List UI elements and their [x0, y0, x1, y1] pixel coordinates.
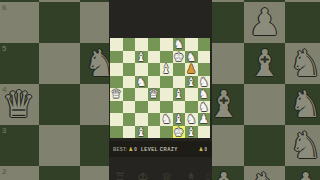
right-score-value: 0 — [204, 147, 207, 152]
piece-N-h4[interactable]: ♞ — [198, 88, 211, 101]
piece-K-f7[interactable]: ♚ — [173, 51, 186, 64]
square-g1[interactable]: ♝ — [185, 126, 198, 139]
square-h8[interactable] — [198, 38, 211, 51]
square-c8[interactable] — [135, 38, 148, 51]
square-f6[interactable] — [173, 63, 186, 76]
piece-N-c5[interactable]: ♞ — [135, 76, 148, 89]
level-label: LEVEL CRAZY — [141, 141, 178, 157]
background-square — [244, 125, 285, 166]
piece-B-f2[interactable]: ♝ — [173, 113, 186, 126]
square-c2[interactable] — [135, 113, 148, 126]
piece-B-g5[interactable]: ♝ — [185, 76, 198, 89]
best-score-group: BEST: ♟ 0 — [113, 141, 137, 157]
app-column: ♞♝♚♞♝♟♞♝♞♛♛♝♞♞♞♝♞♟♝♚♝ BEST: ♟ 0 LEVEL CR… — [109, 0, 212, 180]
piece-N-f8[interactable]: ♞ — [173, 38, 186, 51]
square-g5[interactable]: ♝ — [185, 76, 198, 89]
background-piece-h4: ♞ — [285, 84, 320, 125]
best-score-value: 0 — [134, 147, 137, 152]
background-square — [39, 125, 80, 166]
piece-P-h2[interactable]: ♟ — [198, 113, 211, 126]
tray-piece-icon: ♗ — [185, 171, 197, 180]
tray-piece-icon: ♖ — [114, 171, 126, 180]
square-f4[interactable]: ♝ — [173, 88, 186, 101]
square-d7[interactable] — [148, 51, 161, 64]
square-a1[interactable] — [110, 126, 123, 139]
square-b2[interactable] — [123, 113, 136, 126]
piece-Q-d4[interactable]: ♛ — [148, 88, 161, 101]
piece-K-f1[interactable]: ♚ — [173, 126, 186, 139]
background-piece-g6: ♟ — [244, 2, 285, 43]
square-h4[interactable]: ♞ — [198, 88, 211, 101]
piece-P-g6[interactable]: ♟ — [185, 63, 198, 76]
piece-B-c7[interactable]: ♝ — [135, 51, 148, 64]
square-d6[interactable] — [148, 63, 161, 76]
square-d3[interactable] — [148, 101, 161, 114]
background-piece-h5: ♞ — [285, 43, 320, 84]
square-c6[interactable] — [135, 63, 148, 76]
square-e5[interactable] — [160, 76, 173, 89]
background-rank-label: 3 — [2, 126, 6, 135]
best-label: BEST: — [113, 147, 127, 152]
square-b1[interactable] — [123, 126, 136, 139]
square-a4[interactable]: ♛ — [110, 88, 123, 101]
square-g6[interactable]: ♟ — [185, 63, 198, 76]
square-d8[interactable] — [148, 38, 161, 51]
background-piece-h2: ♟ — [285, 166, 320, 180]
square-h2[interactable]: ♟ — [198, 113, 211, 126]
square-c7[interactable]: ♝ — [135, 51, 148, 64]
piece-B-e6[interactable]: ♝ — [160, 63, 173, 76]
square-a8[interactable] — [110, 38, 123, 51]
square-b7[interactable] — [123, 51, 136, 64]
pawn-score-icon: ♟ — [199, 146, 204, 152]
square-d2[interactable] — [148, 113, 161, 126]
square-c1[interactable]: ♝ — [135, 126, 148, 139]
square-h6[interactable] — [198, 63, 211, 76]
right-score-group: ♟ 0 — [199, 141, 207, 157]
square-e2[interactable]: ♞ — [160, 113, 173, 126]
square-c3[interactable] — [135, 101, 148, 114]
square-d4[interactable]: ♛ — [148, 88, 161, 101]
square-g8[interactable] — [185, 38, 198, 51]
tray-piece-icon: ♕ — [161, 171, 173, 180]
square-f1[interactable]: ♚ — [173, 126, 186, 139]
background-square — [39, 2, 80, 43]
piece-B-g1[interactable]: ♝ — [185, 126, 198, 139]
hud: BEST: ♟ 0 LEVEL CRAZY ♟ 0 — [109, 141, 212, 157]
square-g2[interactable]: ♞ — [185, 113, 198, 126]
background-rank-label: 6 — [2, 3, 6, 12]
square-h7[interactable] — [198, 51, 211, 64]
square-c4[interactable] — [135, 88, 148, 101]
background-square — [39, 43, 80, 84]
square-a2[interactable] — [110, 113, 123, 126]
square-e8[interactable] — [160, 38, 173, 51]
square-f2[interactable]: ♝ — [173, 113, 186, 126]
background-square — [244, 84, 285, 125]
background-square — [39, 166, 80, 180]
square-c5[interactable]: ♞ — [135, 76, 148, 89]
piece-N-e2[interactable]: ♞ — [160, 113, 173, 126]
chess-board[interactable]: ♞♝♚♞♝♟♞♝♞♛♛♝♞♞♞♝♞♟♝♚♝ — [110, 38, 210, 138]
square-g4[interactable] — [185, 88, 198, 101]
piece-B-f4[interactable]: ♝ — [173, 88, 186, 101]
square-a7[interactable] — [110, 51, 123, 64]
square-e1[interactable] — [160, 126, 173, 139]
square-b6[interactable] — [123, 63, 136, 76]
piece-B-c1[interactable]: ♝ — [135, 126, 148, 139]
background-square — [285, 2, 320, 43]
background-piece-a4: ♛ — [0, 84, 39, 125]
tray-piece-icon: ♘ — [204, 171, 212, 180]
square-f8[interactable]: ♞ — [173, 38, 186, 51]
background-rank-label: 5 — [2, 44, 6, 53]
square-a6[interactable] — [110, 63, 123, 76]
square-b8[interactable] — [123, 38, 136, 51]
piece-Q-a4[interactable]: ♛ — [110, 88, 123, 101]
background-piece-h3: ♞ — [285, 125, 320, 166]
background-rank-label: 2 — [2, 167, 6, 176]
background-square — [39, 84, 80, 125]
square-e6[interactable]: ♝ — [160, 63, 173, 76]
pawn-score-icon: ♟ — [128, 146, 133, 152]
square-d1[interactable] — [148, 126, 161, 139]
background-piece-g5: ♝ — [244, 43, 285, 84]
square-h1[interactable] — [198, 126, 211, 139]
square-b5[interactable] — [123, 76, 136, 89]
piece-N-g2[interactable]: ♞ — [185, 113, 198, 126]
square-f7[interactable]: ♚ — [173, 51, 186, 64]
background-piece-g2: ♞ — [244, 166, 285, 180]
square-e4[interactable] — [160, 88, 173, 101]
tray-piece-icon: ♔ — [137, 171, 149, 180]
square-b3[interactable] — [123, 101, 136, 114]
square-b4[interactable] — [123, 88, 136, 101]
square-a3[interactable] — [110, 101, 123, 114]
